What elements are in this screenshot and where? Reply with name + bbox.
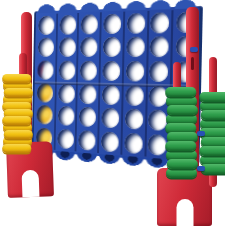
board-hole: [126, 61, 145, 82]
yellow-ring-stack: [3, 74, 32, 153]
board-hole: [57, 129, 74, 149]
green-ring: [167, 105, 198, 115]
board-hole: [57, 106, 74, 126]
board-cell: [148, 59, 173, 84]
board-cell: [99, 130, 123, 155]
board-cell: [35, 81, 56, 104]
green-ring: [165, 87, 196, 97]
board-hole: [126, 37, 145, 57]
board-cell: [101, 59, 125, 83]
board-cell: [79, 36, 102, 59]
board-hole: [37, 61, 53, 80]
board-cell: [57, 13, 79, 36]
board-cell: [149, 10, 174, 35]
board-cell: [125, 11, 149, 36]
board-hole: [102, 85, 120, 106]
board-cell: [100, 83, 124, 107]
board-cell: [56, 105, 78, 129]
board-cell: [36, 36, 57, 59]
board-hole: [79, 107, 96, 127]
board-hole: [103, 14, 121, 34]
board-cell: [56, 82, 78, 106]
board-cell: [123, 83, 147, 108]
green-ring: [199, 92, 225, 102]
board-hole: [59, 15, 76, 35]
board-cell: [124, 59, 148, 83]
yellow-ring: [4, 88, 33, 97]
board-hole: [80, 38, 97, 58]
board-hole: [103, 37, 121, 57]
board-cell: [123, 107, 147, 132]
green-ring-stack-front: [166, 87, 197, 178]
board-hole: [148, 134, 167, 156]
green-ring: [199, 146, 225, 156]
board-hole: [79, 84, 96, 104]
board-hole: [149, 61, 168, 82]
right-post-slot: [191, 57, 194, 70]
board-cell: [55, 127, 77, 151]
board-hole: [125, 109, 144, 130]
board-cell: [78, 82, 101, 106]
green-ring: [200, 110, 225, 120]
blue-clip: [197, 131, 205, 136]
board-cell: [124, 35, 148, 59]
board-cell: [77, 105, 100, 129]
board-cell: [36, 59, 57, 82]
board-hole: [81, 14, 98, 34]
board-cell: [100, 106, 124, 131]
yellow-ring: [2, 116, 31, 125]
board-hole: [79, 130, 96, 151]
green-ring: [166, 168, 197, 178]
yellow-ring: [4, 130, 33, 139]
board-cell: [77, 128, 100, 153]
board-cell: [122, 131, 146, 157]
board-cell: [57, 36, 79, 59]
blue-clip: [190, 47, 198, 52]
yellow-ring: [2, 144, 31, 153]
board-hole: [150, 12, 169, 33]
board-cell: [101, 12, 125, 36]
board-hole: [36, 105, 52, 125]
board-cell: [78, 59, 101, 83]
board-hole: [124, 133, 142, 154]
board-hole: [102, 61, 120, 81]
board-hole: [58, 84, 75, 104]
board-hole: [38, 15, 54, 34]
yellow-ring: [2, 74, 31, 83]
board-hole: [37, 83, 53, 103]
board-cell: [148, 35, 173, 60]
board-cell: [79, 12, 102, 36]
board-cell: [35, 104, 56, 128]
board-cell: [36, 14, 57, 37]
board-hole: [150, 37, 169, 58]
board-cell: [57, 59, 79, 82]
board-hole: [125, 85, 144, 106]
board-hole: [101, 108, 119, 129]
green-ring: [165, 141, 196, 151]
green-ring: [167, 159, 198, 169]
board-hole: [127, 13, 146, 34]
board-cell: [101, 35, 125, 59]
board-hole: [101, 132, 119, 153]
board-hole: [59, 38, 76, 57]
giant-connect-four-photo: [0, 0, 225, 240]
board-hole: [38, 38, 54, 57]
board-hole: [58, 61, 75, 81]
board-hole: [80, 61, 97, 81]
blue-clip: [197, 166, 205, 171]
